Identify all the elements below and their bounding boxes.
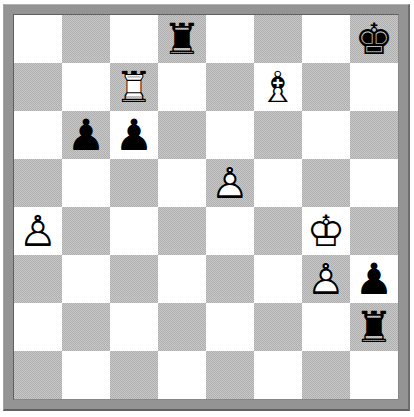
square-d3[interactable] bbox=[158, 255, 206, 303]
white-pawn-icon: ♙ bbox=[302, 255, 350, 303]
square-h5[interactable] bbox=[350, 159, 398, 207]
square-d7[interactable] bbox=[158, 63, 206, 111]
square-g7[interactable] bbox=[302, 63, 350, 111]
white-pawn-icon: ♙ bbox=[206, 159, 254, 207]
page: ♜♚♜♖♝♗♟♟♟♙♟♙♚♔♟♙♟♜ bbox=[0, 0, 414, 417]
piece-white-king[interactable]: ♚♔ bbox=[302, 207, 350, 255]
square-c5[interactable] bbox=[110, 159, 158, 207]
square-e5[interactable]: ♟♙ bbox=[206, 159, 254, 207]
square-e3[interactable] bbox=[206, 255, 254, 303]
piece-black-rook[interactable]: ♜ bbox=[350, 303, 398, 351]
square-d6[interactable] bbox=[158, 111, 206, 159]
square-g1[interactable] bbox=[302, 351, 350, 399]
piece-black-rook[interactable]: ♜ bbox=[158, 15, 206, 63]
square-c3[interactable] bbox=[110, 255, 158, 303]
square-e1[interactable] bbox=[206, 351, 254, 399]
piece-white-bishop[interactable]: ♝♗ bbox=[254, 63, 302, 111]
square-c6[interactable]: ♟ bbox=[110, 111, 158, 159]
square-b7[interactable] bbox=[62, 63, 110, 111]
square-c8[interactable] bbox=[110, 15, 158, 63]
square-h6[interactable] bbox=[350, 111, 398, 159]
square-e6[interactable] bbox=[206, 111, 254, 159]
piece-black-pawn[interactable]: ♟ bbox=[110, 111, 158, 159]
black-rook-icon: ♜ bbox=[350, 303, 398, 351]
square-g6[interactable] bbox=[302, 111, 350, 159]
square-a8[interactable] bbox=[14, 15, 62, 63]
square-a6[interactable] bbox=[14, 111, 62, 159]
square-h8[interactable]: ♚ bbox=[350, 15, 398, 63]
square-f2[interactable] bbox=[254, 303, 302, 351]
square-f3[interactable] bbox=[254, 255, 302, 303]
square-b8[interactable] bbox=[62, 15, 110, 63]
square-a2[interactable] bbox=[14, 303, 62, 351]
square-d2[interactable] bbox=[158, 303, 206, 351]
square-c7[interactable]: ♜♖ bbox=[110, 63, 158, 111]
square-d5[interactable] bbox=[158, 159, 206, 207]
square-a7[interactable] bbox=[14, 63, 62, 111]
square-h4[interactable] bbox=[350, 207, 398, 255]
square-b6[interactable]: ♟ bbox=[62, 111, 110, 159]
square-a4[interactable]: ♟♙ bbox=[14, 207, 62, 255]
square-h1[interactable] bbox=[350, 351, 398, 399]
square-b5[interactable] bbox=[62, 159, 110, 207]
square-a3[interactable] bbox=[14, 255, 62, 303]
piece-white-rook[interactable]: ♜♖ bbox=[110, 63, 158, 111]
black-pawn-icon: ♟ bbox=[62, 111, 110, 159]
white-pawn-icon: ♙ bbox=[14, 207, 62, 255]
square-f1[interactable] bbox=[254, 351, 302, 399]
white-rook-icon: ♖ bbox=[110, 63, 158, 111]
black-pawn-icon: ♟ bbox=[110, 111, 158, 159]
black-pawn-icon: ♟ bbox=[350, 255, 398, 303]
chess-board: ♜♚♜♖♝♗♟♟♟♙♟♙♚♔♟♙♟♜ bbox=[13, 14, 399, 400]
square-g3[interactable]: ♟♙ bbox=[302, 255, 350, 303]
piece-white-pawn[interactable]: ♟♙ bbox=[14, 207, 62, 255]
square-f8[interactable] bbox=[254, 15, 302, 63]
chess-board-frame: ♜♚♜♖♝♗♟♟♟♙♟♙♚♔♟♙♟♜ bbox=[3, 4, 410, 411]
piece-black-pawn[interactable]: ♟ bbox=[350, 255, 398, 303]
square-e2[interactable] bbox=[206, 303, 254, 351]
square-e7[interactable] bbox=[206, 63, 254, 111]
black-king-icon: ♚ bbox=[350, 15, 398, 63]
square-b2[interactable] bbox=[62, 303, 110, 351]
piece-white-pawn[interactable]: ♟♙ bbox=[302, 255, 350, 303]
square-d4[interactable] bbox=[158, 207, 206, 255]
piece-black-pawn[interactable]: ♟ bbox=[62, 111, 110, 159]
white-bishop-icon: ♗ bbox=[254, 63, 302, 111]
square-c4[interactable] bbox=[110, 207, 158, 255]
square-c1[interactable] bbox=[110, 351, 158, 399]
square-f5[interactable] bbox=[254, 159, 302, 207]
square-h3[interactable]: ♟ bbox=[350, 255, 398, 303]
square-b3[interactable] bbox=[62, 255, 110, 303]
square-g4[interactable]: ♚♔ bbox=[302, 207, 350, 255]
square-a1[interactable] bbox=[14, 351, 62, 399]
square-f6[interactable] bbox=[254, 111, 302, 159]
square-f7[interactable]: ♝♗ bbox=[254, 63, 302, 111]
square-g8[interactable] bbox=[302, 15, 350, 63]
piece-black-king[interactable]: ♚ bbox=[350, 15, 398, 63]
square-a5[interactable] bbox=[14, 159, 62, 207]
white-king-icon: ♔ bbox=[302, 207, 350, 255]
square-g5[interactable] bbox=[302, 159, 350, 207]
square-c2[interactable] bbox=[110, 303, 158, 351]
square-g2[interactable] bbox=[302, 303, 350, 351]
square-b1[interactable] bbox=[62, 351, 110, 399]
square-b4[interactable] bbox=[62, 207, 110, 255]
black-rook-icon: ♜ bbox=[158, 15, 206, 63]
square-d8[interactable]: ♜ bbox=[158, 15, 206, 63]
square-e8[interactable] bbox=[206, 15, 254, 63]
square-h7[interactable] bbox=[350, 63, 398, 111]
square-h2[interactable]: ♜ bbox=[350, 303, 398, 351]
square-d1[interactable] bbox=[158, 351, 206, 399]
square-f4[interactable] bbox=[254, 207, 302, 255]
piece-white-pawn[interactable]: ♟♙ bbox=[206, 159, 254, 207]
square-e4[interactable] bbox=[206, 207, 254, 255]
